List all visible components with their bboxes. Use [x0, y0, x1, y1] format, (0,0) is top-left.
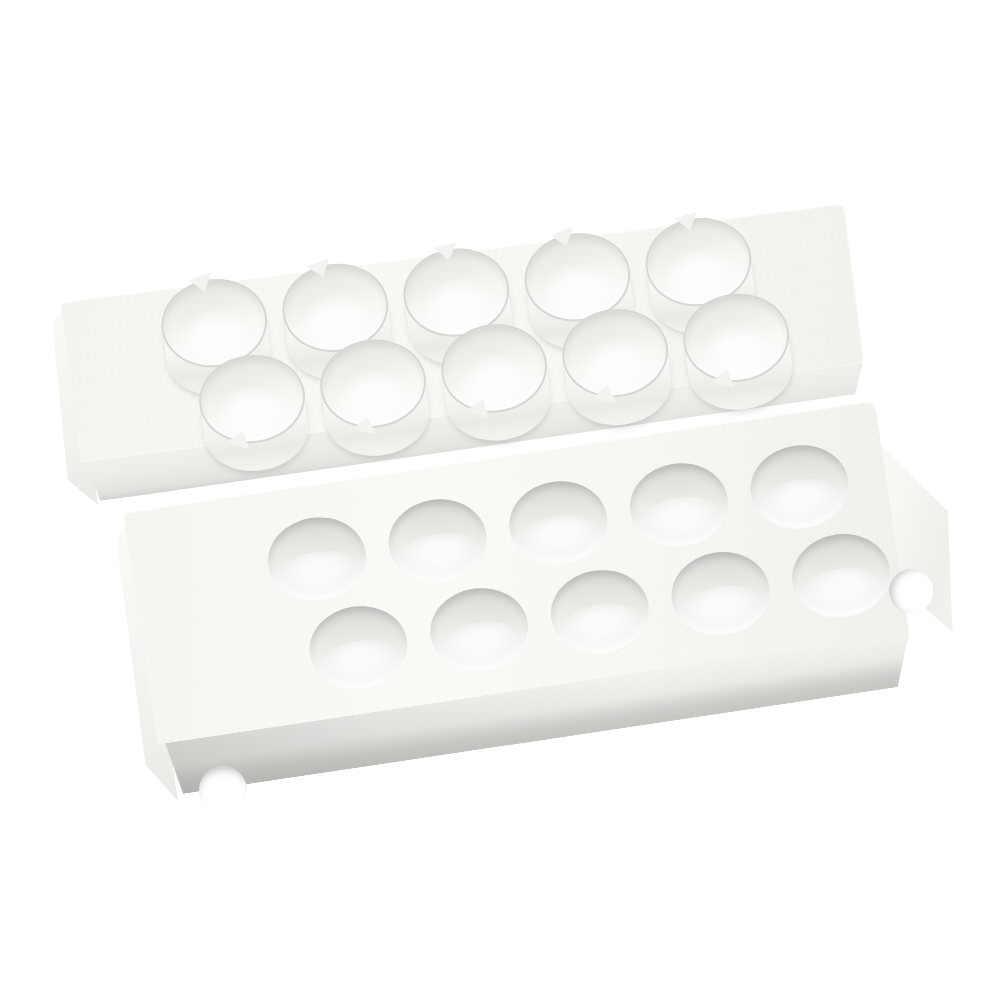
socket-hole: [262, 511, 371, 607]
photo-canvas: [0, 0, 1000, 1000]
socket-hole: [787, 527, 896, 623]
socket-hole: [666, 546, 775, 642]
socket-hole: [304, 600, 413, 696]
cup-collar: [194, 349, 314, 479]
socket-hole: [745, 439, 854, 535]
socket-hole: [425, 582, 534, 678]
socket-hole: [504, 475, 613, 571]
socket-hole: [624, 457, 733, 553]
socket-hole: [545, 564, 654, 660]
cup-collar: [315, 333, 435, 463]
cup-collar: [678, 288, 798, 418]
socket-hole: [383, 493, 492, 589]
cup-collar: [557, 303, 677, 433]
cup-collar: [436, 318, 556, 448]
